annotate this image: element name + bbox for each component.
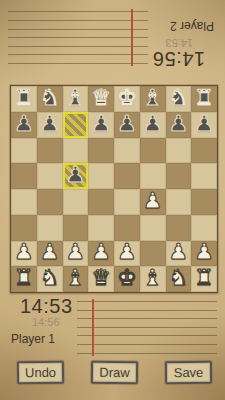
square-e7[interactable]: ♟ xyxy=(114,112,140,138)
piece-white-knight: ♞ xyxy=(40,267,60,289)
square-c5[interactable]: ♟ xyxy=(63,163,89,189)
square-d4[interactable] xyxy=(88,189,114,215)
square-d5[interactable] xyxy=(88,163,114,189)
piece-white-bishop: ♝ xyxy=(143,267,163,289)
square-e5[interactable] xyxy=(114,163,140,189)
piece-white-queen: ♛ xyxy=(91,267,111,289)
chess-app-screen: 14:56 14:53 Player 2 ♜♞♝♛♚♝♞♜♟♟♟♟♟♟♟♟♟♟♟… xyxy=(0,0,225,400)
square-h5[interactable] xyxy=(191,163,217,189)
square-e8[interactable]: ♚ xyxy=(114,86,140,112)
square-b6[interactable] xyxy=(37,138,63,164)
square-b4[interactable] xyxy=(37,189,63,215)
square-b3[interactable] xyxy=(37,215,63,241)
red-margin-line xyxy=(131,9,133,66)
square-a7[interactable]: ♟ xyxy=(11,112,37,138)
square-c7[interactable] xyxy=(63,112,89,138)
square-a8[interactable]: ♜ xyxy=(11,86,37,112)
player2-main-time: 14:56 xyxy=(152,47,205,70)
square-f1[interactable]: ♝ xyxy=(140,266,166,292)
piece-white-pawn: ♟ xyxy=(117,241,137,263)
square-e4[interactable] xyxy=(114,189,140,215)
square-h1[interactable]: ♜ xyxy=(191,266,217,292)
piece-white-pawn: ♟ xyxy=(194,241,214,263)
piece-black-bishop: ♝ xyxy=(66,87,86,109)
square-b8[interactable]: ♞ xyxy=(37,86,63,112)
square-a1[interactable]: ♜ xyxy=(11,266,37,292)
piece-white-pawn: ♟ xyxy=(169,241,189,263)
square-d8[interactable]: ♛ xyxy=(88,86,114,112)
square-c2[interactable]: ♟ xyxy=(63,241,89,267)
square-d1[interactable]: ♛ xyxy=(88,266,114,292)
piece-white-pawn: ♟ xyxy=(66,241,86,263)
piece-black-pawn: ♟ xyxy=(40,113,60,135)
square-g1[interactable]: ♞ xyxy=(166,266,192,292)
square-h4[interactable] xyxy=(191,189,217,215)
player1-main-time: 14:53 xyxy=(20,295,73,318)
piece-black-king: ♚ xyxy=(117,87,137,109)
player2-clock-panel: 14:56 14:53 Player 2 xyxy=(0,7,225,69)
piece-white-knight: ♞ xyxy=(169,267,189,289)
square-g8[interactable]: ♞ xyxy=(166,86,192,112)
square-g6[interactable] xyxy=(166,138,192,164)
player2-secondary-time: 14:53 xyxy=(165,37,193,49)
piece-black-pawn: ♟ xyxy=(14,113,34,135)
square-g2[interactable]: ♟ xyxy=(166,241,192,267)
piece-white-rook: ♜ xyxy=(14,267,34,289)
piece-black-knight: ♞ xyxy=(40,87,60,109)
piece-black-pawn: ♟ xyxy=(169,113,189,135)
square-e3[interactable] xyxy=(114,215,140,241)
piece-black-pawn: ♟ xyxy=(91,113,111,135)
square-f6[interactable] xyxy=(140,138,166,164)
square-f2[interactable] xyxy=(140,241,166,267)
square-g7[interactable]: ♟ xyxy=(166,112,192,138)
undo-button[interactable]: Undo xyxy=(17,361,64,385)
draw-button[interactable]: Draw xyxy=(91,361,138,384)
square-b2[interactable]: ♟ xyxy=(37,241,63,267)
square-h6[interactable] xyxy=(191,138,217,164)
square-e2[interactable]: ♟ xyxy=(114,241,140,267)
piece-black-knight: ♞ xyxy=(169,87,189,109)
piece-white-king: ♚ xyxy=(117,267,137,289)
square-g3[interactable] xyxy=(166,215,192,241)
player1-secondary-time: 14:56 xyxy=(32,316,60,328)
square-c1[interactable]: ♝ xyxy=(63,266,89,292)
square-g5[interactable] xyxy=(166,163,192,189)
square-c3[interactable] xyxy=(63,215,89,241)
piece-black-rook: ♜ xyxy=(194,87,214,109)
piece-white-rook: ♜ xyxy=(194,267,214,289)
square-h2[interactable]: ♟ xyxy=(191,241,217,267)
chess-board: ♜♞♝♛♚♝♞♜♟♟♟♟♟♟♟♟♟♟♟♟♟♟♟♟♜♞♝♛♚♝♞♜ xyxy=(10,85,218,293)
square-a3[interactable] xyxy=(11,215,37,241)
square-a4[interactable] xyxy=(11,189,37,215)
square-e6[interactable] xyxy=(114,138,140,164)
square-a5[interactable] xyxy=(11,163,37,189)
red-margin-line xyxy=(92,299,94,356)
piece-white-pawn: ♟ xyxy=(40,241,60,263)
square-g4[interactable] xyxy=(166,189,192,215)
square-a6[interactable] xyxy=(11,138,37,164)
square-a2[interactable]: ♟ xyxy=(11,241,37,267)
player1-name-label: Player 1 xyxy=(11,332,55,346)
square-h3[interactable] xyxy=(191,215,217,241)
square-c6[interactable] xyxy=(63,138,89,164)
square-e1[interactable]: ♚ xyxy=(114,266,140,292)
player2-name-label: Player 2 xyxy=(170,19,214,33)
piece-black-pawn: ♟ xyxy=(143,113,163,135)
square-b7[interactable]: ♟ xyxy=(37,112,63,138)
piece-black-pawn: ♟ xyxy=(66,164,86,186)
piece-white-pawn: ♟ xyxy=(14,241,34,263)
piece-white-bishop: ♝ xyxy=(66,267,86,289)
piece-black-queen: ♛ xyxy=(91,87,111,109)
square-d2[interactable]: ♟ xyxy=(88,241,114,267)
piece-white-pawn: ♟ xyxy=(91,241,111,263)
square-d3[interactable] xyxy=(88,215,114,241)
square-d6[interactable] xyxy=(88,138,114,164)
player1-clock-panel: 14:53 14:56 Player 1 xyxy=(0,296,225,358)
square-f7[interactable]: ♟ xyxy=(140,112,166,138)
notebook-lines xyxy=(77,301,217,355)
piece-black-pawn: ♟ xyxy=(117,113,137,135)
square-d7[interactable]: ♟ xyxy=(88,112,114,138)
square-f4[interactable]: ♟ xyxy=(140,189,166,215)
square-f5[interactable] xyxy=(140,163,166,189)
square-f8[interactable]: ♝ xyxy=(140,86,166,112)
notebook-lines xyxy=(8,10,148,64)
piece-black-pawn: ♟ xyxy=(194,113,214,135)
square-c4[interactable] xyxy=(63,189,89,215)
piece-black-bishop: ♝ xyxy=(143,87,163,109)
piece-black-rook: ♜ xyxy=(14,87,34,109)
square-b5[interactable] xyxy=(37,163,63,189)
square-h7[interactable]: ♟ xyxy=(191,112,217,138)
save-button[interactable]: Save xyxy=(165,361,212,384)
square-h8[interactable]: ♜ xyxy=(191,86,217,112)
square-b1[interactable]: ♞ xyxy=(37,266,63,292)
square-c8[interactable]: ♝ xyxy=(63,86,89,112)
piece-white-pawn: ♟ xyxy=(143,190,163,212)
square-f3[interactable] xyxy=(140,215,166,241)
